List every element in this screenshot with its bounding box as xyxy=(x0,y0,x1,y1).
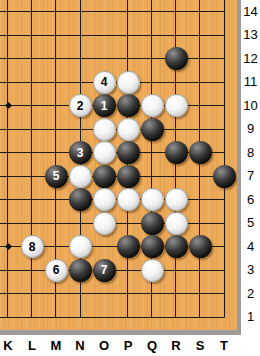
board-cell-K13[interactable] xyxy=(0,24,20,48)
move-number: 2 xyxy=(77,100,84,112)
board-cell-N12[interactable] xyxy=(68,47,92,71)
go-stone-white xyxy=(93,188,116,211)
board-cell-N4[interactable] xyxy=(68,235,92,259)
board-grid: 42135867 xyxy=(0,0,236,329)
board-cell-R6[interactable] xyxy=(164,188,188,212)
board-cell-T7[interactable] xyxy=(212,165,236,189)
board-cell-K12[interactable] xyxy=(0,47,20,71)
move-number: 8 xyxy=(29,241,36,253)
board-cell-O2[interactable] xyxy=(92,282,116,306)
board-cell-O14[interactable] xyxy=(92,0,116,24)
board-cell-P2[interactable] xyxy=(116,282,140,306)
board-cell-M9[interactable] xyxy=(44,118,68,142)
board-cell-Q6[interactable] xyxy=(140,188,164,212)
row-label-5: 5 xyxy=(241,215,260,231)
go-stone-black xyxy=(165,235,188,258)
board-cell-T3[interactable] xyxy=(212,259,236,283)
col-label-K: K xyxy=(0,338,20,354)
board-cell-O8[interactable] xyxy=(92,141,116,165)
board-cell-M2[interactable] xyxy=(44,282,68,306)
go-stone-white xyxy=(117,188,140,211)
board-cell-K8[interactable] xyxy=(0,141,20,165)
col-label-P: P xyxy=(116,338,140,354)
row-label-1: 1 xyxy=(241,309,260,325)
go-stone-black xyxy=(141,235,164,258)
board-cell-Q9[interactable] xyxy=(140,118,164,142)
board-cell-K4[interactable] xyxy=(0,235,20,259)
board-cell-S11[interactable] xyxy=(188,71,212,95)
board-cell-Q14[interactable] xyxy=(140,0,164,24)
board-cell-K6[interactable] xyxy=(0,188,20,212)
row-label-11: 11 xyxy=(241,74,260,90)
board-cell-N8[interactable]: 3 xyxy=(68,141,92,165)
board-cell-P10[interactable] xyxy=(116,94,140,118)
go-stone-white xyxy=(117,118,140,141)
go-stone-white: 4 xyxy=(93,71,116,94)
go-stone-black xyxy=(213,165,236,188)
move-number: 3 xyxy=(77,147,84,159)
star-point xyxy=(4,102,11,109)
board-cell-Q4[interactable] xyxy=(140,235,164,259)
board-cell-R4[interactable] xyxy=(164,235,188,259)
board-cell-R13[interactable] xyxy=(164,24,188,48)
board-cell-T14[interactable] xyxy=(212,0,236,24)
go-stone-white: 8 xyxy=(21,235,44,258)
board-cell-Q7[interactable] xyxy=(140,165,164,189)
go-stone-white: 6 xyxy=(45,259,68,282)
go-stone-black: 7 xyxy=(93,259,116,282)
board-cell-P9[interactable] xyxy=(116,118,140,142)
board-cell-L8[interactable] xyxy=(20,141,44,165)
board-cell-S3[interactable] xyxy=(188,259,212,283)
board-cell-R10[interactable] xyxy=(164,94,188,118)
board-cell-K2[interactable] xyxy=(0,282,20,306)
board-cell-S9[interactable] xyxy=(188,118,212,142)
board-cell-P6[interactable] xyxy=(116,188,140,212)
board-cell-M13[interactable] xyxy=(44,24,68,48)
row-label-3: 3 xyxy=(241,262,260,278)
board-cell-K3[interactable] xyxy=(0,259,20,283)
board-cell-K10[interactable] xyxy=(0,94,20,118)
go-stone-white xyxy=(165,94,188,117)
row-label-6: 6 xyxy=(241,192,260,208)
row-label-2: 2 xyxy=(241,286,260,302)
board-cell-K1[interactable] xyxy=(0,306,20,330)
board-cell-S6[interactable] xyxy=(188,188,212,212)
board-cell-P3[interactable] xyxy=(116,259,140,283)
board-cell-Q1[interactable] xyxy=(140,306,164,330)
board-cell-O10[interactable]: 1 xyxy=(92,94,116,118)
board-cell-T4[interactable] xyxy=(212,235,236,259)
col-label-M: M xyxy=(44,338,68,354)
go-stone-black xyxy=(69,259,92,282)
board-cell-T10[interactable] xyxy=(212,94,236,118)
board-cell-M7[interactable]: 5 xyxy=(44,165,68,189)
board-cell-L5[interactable] xyxy=(20,212,44,236)
go-stone-white xyxy=(165,212,188,235)
board-cell-N7[interactable] xyxy=(68,165,92,189)
row-label-4: 4 xyxy=(241,239,260,255)
board-cell-R12[interactable] xyxy=(164,47,188,71)
row-label-7: 7 xyxy=(241,168,260,184)
board-cell-O3[interactable]: 7 xyxy=(92,259,116,283)
board-cell-Q12[interactable] xyxy=(140,47,164,71)
go-stone-white xyxy=(141,259,164,282)
board-cell-T1[interactable] xyxy=(212,306,236,330)
board-cell-T6[interactable] xyxy=(212,188,236,212)
col-label-O: O xyxy=(92,338,116,354)
board-cell-Q11[interactable] xyxy=(140,71,164,95)
row-label-9: 9 xyxy=(241,121,260,137)
board-cell-O12[interactable] xyxy=(92,47,116,71)
board-cell-Q3[interactable] xyxy=(140,259,164,283)
board-cell-O6[interactable] xyxy=(92,188,116,212)
board-cell-L3[interactable] xyxy=(20,259,44,283)
board-cell-P12[interactable] xyxy=(116,47,140,71)
board-cell-N3[interactable] xyxy=(68,259,92,283)
go-stone-black: 3 xyxy=(69,141,92,164)
board-cell-S4[interactable] xyxy=(188,235,212,259)
move-number: 7 xyxy=(101,264,108,276)
go-stone-white xyxy=(141,94,164,117)
board-cell-M12[interactable] xyxy=(44,47,68,71)
go-stone-white xyxy=(93,118,116,141)
board-cell-K11[interactable] xyxy=(0,71,20,95)
board-cell-P7[interactable] xyxy=(116,165,140,189)
go-stone-white xyxy=(69,165,92,188)
board-cell-M4[interactable] xyxy=(44,235,68,259)
board-cell-P5[interactable] xyxy=(116,212,140,236)
board-cell-L13[interactable] xyxy=(20,24,44,48)
go-stone-white xyxy=(165,188,188,211)
go-stone-black xyxy=(189,141,212,164)
go-stone-black xyxy=(69,188,92,211)
board-cell-N5[interactable] xyxy=(68,212,92,236)
board-cell-O13[interactable] xyxy=(92,24,116,48)
board-cell-S10[interactable] xyxy=(188,94,212,118)
row-label-13: 13 xyxy=(241,27,260,43)
go-stone-white: 2 xyxy=(69,94,92,117)
board-cell-M14[interactable] xyxy=(44,0,68,24)
go-stone-black xyxy=(165,47,188,70)
board-cell-O9[interactable] xyxy=(92,118,116,142)
col-labels: KLMNOPQRST xyxy=(0,338,241,356)
star-point xyxy=(4,243,11,250)
board-cell-P13[interactable] xyxy=(116,24,140,48)
board-cell-M8[interactable] xyxy=(44,141,68,165)
go-stone-black xyxy=(117,235,140,258)
board-cell-T12[interactable] xyxy=(212,47,236,71)
board-cell-L4[interactable]: 8 xyxy=(20,235,44,259)
board-cell-N9[interactable] xyxy=(68,118,92,142)
board-cell-O5[interactable] xyxy=(92,212,116,236)
board-cell-L9[interactable] xyxy=(20,118,44,142)
row-label-12: 12 xyxy=(241,51,260,67)
col-label-N: N xyxy=(68,338,92,354)
board-cell-L12[interactable] xyxy=(20,47,44,71)
go-stone-black xyxy=(117,141,140,164)
goban-wood-surface: 42135867 xyxy=(0,0,237,330)
board-cell-K7[interactable] xyxy=(0,165,20,189)
board-cell-P4[interactable] xyxy=(116,235,140,259)
board-cell-R11[interactable] xyxy=(164,71,188,95)
col-label-R: R xyxy=(164,338,188,354)
board-cell-L6[interactable] xyxy=(20,188,44,212)
board-cell-T11[interactable] xyxy=(212,71,236,95)
board-cell-P14[interactable] xyxy=(116,0,140,24)
board-cell-L11[interactable] xyxy=(20,71,44,95)
board-cell-N14[interactable] xyxy=(68,0,92,24)
board-cell-R8[interactable] xyxy=(164,141,188,165)
col-label-Q: Q xyxy=(140,338,164,354)
board-cell-M3[interactable]: 6 xyxy=(44,259,68,283)
board-cell-S2[interactable] xyxy=(188,282,212,306)
go-stone-white xyxy=(93,212,116,235)
board-cell-L14[interactable] xyxy=(20,0,44,24)
board-cell-S13[interactable] xyxy=(188,24,212,48)
board-cell-S12[interactable] xyxy=(188,47,212,71)
go-stone-black xyxy=(141,118,164,141)
board-cell-S5[interactable] xyxy=(188,212,212,236)
go-stone-white xyxy=(117,71,140,94)
go-stone-black xyxy=(141,212,164,235)
board-cell-R14[interactable] xyxy=(164,0,188,24)
board-cell-L7[interactable] xyxy=(20,165,44,189)
board-cell-P11[interactable] xyxy=(116,71,140,95)
go-stone-black xyxy=(93,165,116,188)
board-cell-T8[interactable] xyxy=(212,141,236,165)
board-cell-K9[interactable] xyxy=(0,118,20,142)
board-cell-N2[interactable] xyxy=(68,282,92,306)
go-stone-white xyxy=(141,188,164,211)
move-number: 5 xyxy=(53,170,60,182)
go-stone-white xyxy=(93,141,116,164)
board-cell-R1[interactable] xyxy=(164,306,188,330)
board-cell-M11[interactable] xyxy=(44,71,68,95)
col-label-T: T xyxy=(212,338,236,354)
board-cell-R9[interactable] xyxy=(164,118,188,142)
board-cell-O11[interactable]: 4 xyxy=(92,71,116,95)
board-edge-bottom xyxy=(0,330,241,335)
board-cell-S8[interactable] xyxy=(188,141,212,165)
row-label-8: 8 xyxy=(241,145,260,161)
col-label-L: L xyxy=(20,338,44,354)
row-label-10: 10 xyxy=(241,98,260,114)
move-number: 1 xyxy=(101,100,108,112)
row-label-14: 14 xyxy=(241,4,260,20)
go-stone-black: 1 xyxy=(93,94,116,117)
board-cell-M1[interactable] xyxy=(44,306,68,330)
board-cell-Q13[interactable] xyxy=(140,24,164,48)
board-cell-R7[interactable] xyxy=(164,165,188,189)
board-cell-S1[interactable] xyxy=(188,306,212,330)
board-cell-R2[interactable] xyxy=(164,282,188,306)
go-board-diagram: 42135867 1413121110987654321 KLMNOPQRST xyxy=(0,0,260,356)
board-cell-K14[interactable] xyxy=(0,0,20,24)
board-cell-N11[interactable] xyxy=(68,71,92,95)
move-number: 4 xyxy=(101,76,108,88)
board-cell-Q8[interactable] xyxy=(140,141,164,165)
board-cell-M5[interactable] xyxy=(44,212,68,236)
board-cell-R5[interactable] xyxy=(164,212,188,236)
board-cell-O7[interactable] xyxy=(92,165,116,189)
board-cell-S14[interactable] xyxy=(188,0,212,24)
board-cell-O1[interactable] xyxy=(92,306,116,330)
col-label-S: S xyxy=(188,338,212,354)
board-cell-S7[interactable] xyxy=(188,165,212,189)
row-labels: 1413121110987654321 xyxy=(241,0,260,330)
board-cell-R3[interactable] xyxy=(164,259,188,283)
go-stone-black xyxy=(165,141,188,164)
board-cell-T13[interactable] xyxy=(212,24,236,48)
board-cell-P8[interactable] xyxy=(116,141,140,165)
board-cell-N10[interactable]: 2 xyxy=(68,94,92,118)
board-cell-L2[interactable] xyxy=(20,282,44,306)
board-cell-N13[interactable] xyxy=(68,24,92,48)
board-cell-Q2[interactable] xyxy=(140,282,164,306)
board-cell-Q10[interactable] xyxy=(140,94,164,118)
go-stone-black: 5 xyxy=(45,165,68,188)
board-cell-T2[interactable] xyxy=(212,282,236,306)
go-stone-black xyxy=(117,94,140,117)
go-stone-black xyxy=(189,235,212,258)
go-stone-white xyxy=(69,235,92,258)
move-number: 6 xyxy=(53,264,60,276)
board-cell-K5[interactable] xyxy=(0,212,20,236)
go-stone-black xyxy=(117,165,140,188)
board-cell-P1[interactable] xyxy=(116,306,140,330)
board-cell-O4[interactable] xyxy=(92,235,116,259)
board-cell-N1[interactable] xyxy=(68,306,92,330)
board-cell-L10[interactable] xyxy=(20,94,44,118)
board-cell-M10[interactable] xyxy=(44,94,68,118)
board-cell-T9[interactable] xyxy=(212,118,236,142)
board-cell-T5[interactable] xyxy=(212,212,236,236)
board-cell-N6[interactable] xyxy=(68,188,92,212)
board-cell-L1[interactable] xyxy=(20,306,44,330)
board-cell-Q5[interactable] xyxy=(140,212,164,236)
board-cell-M6[interactable] xyxy=(44,188,68,212)
